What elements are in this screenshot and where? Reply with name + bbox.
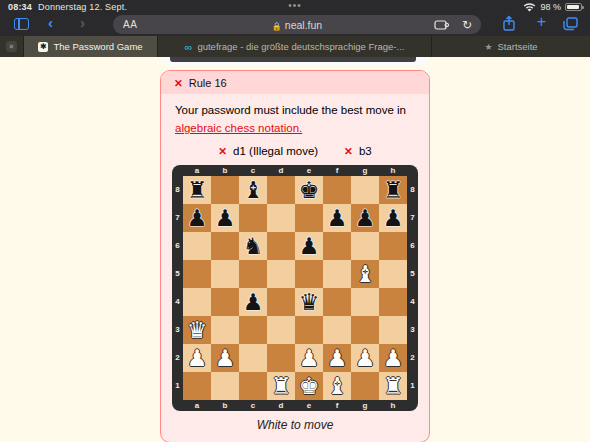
coord-label: b	[211, 400, 239, 411]
square-d3[interactable]	[267, 316, 295, 344]
piece-white-pawn: ♟	[215, 344, 236, 372]
piece-white-pawn: ♟	[355, 344, 376, 372]
piece-white-bishop: ♝	[355, 260, 376, 288]
coord-label: e	[295, 400, 323, 411]
square-b2[interactable]: ♟	[211, 344, 239, 372]
piece-white-queen: ♛	[187, 316, 208, 344]
square-c1[interactable]	[239, 372, 267, 400]
square-g3[interactable]	[351, 316, 379, 344]
square-c3[interactable]	[239, 316, 267, 344]
square-g1[interactable]	[351, 372, 379, 400]
square-h6[interactable]	[379, 232, 407, 260]
piece-black-pawn: ♟	[187, 204, 208, 232]
square-c8[interactable]: ♝	[239, 176, 267, 204]
coord-label: f	[323, 400, 351, 411]
piece-black-knight: ♞	[243, 232, 264, 260]
square-g8[interactable]	[351, 176, 379, 204]
square-g7[interactable]: ♟	[351, 204, 379, 232]
square-h8[interactable]: ♜	[379, 176, 407, 204]
coord-label: 7	[172, 204, 183, 232]
square-c4[interactable]: ♟	[239, 288, 267, 316]
rule-header: ✕Rule 16	[161, 71, 429, 94]
coord-label: a	[183, 400, 211, 411]
square-c7[interactable]	[239, 204, 267, 232]
square-a8[interactable]: ♜	[183, 176, 211, 204]
rule-description: Your password must include the best move…	[175, 102, 415, 138]
turn-indicator: White to move	[171, 418, 419, 432]
coord-label: 2	[172, 344, 183, 372]
square-b1[interactable]	[211, 372, 239, 400]
piece-white-pawn: ♟	[383, 344, 404, 372]
browser-chrome: 08:34Donnerstag 12. Sept. ••• 98 % ‹ › A…	[0, 0, 590, 36]
square-h2[interactable]: ♟	[379, 344, 407, 372]
square-h3[interactable]	[379, 316, 407, 344]
piece-white-rook: ♜	[383, 372, 404, 400]
square-h7[interactable]: ♟	[379, 204, 407, 232]
failed-move-1: ✕d1 (Illegal move)	[218, 145, 318, 157]
square-b7[interactable]: ♟	[211, 204, 239, 232]
tab-gutefrage[interactable]: ∞ gutefrage - die größte deutschsprachig…	[158, 36, 432, 57]
gutefrage-favicon: ∞	[185, 42, 193, 52]
x-icon: ✕	[344, 145, 353, 157]
coord-label: f	[323, 165, 351, 176]
tab-bar-close-button[interactable]: ✕	[0, 36, 24, 57]
square-f1[interactable]: ♝	[323, 372, 351, 400]
piece-black-pawn: ♟	[299, 232, 320, 260]
status-ellipsis: •••	[288, 0, 302, 11]
square-f5[interactable]	[323, 260, 351, 288]
square-a3[interactable]: ♛	[183, 316, 211, 344]
rule-title: Rule 16	[189, 77, 227, 89]
reload-icon[interactable]: ↻	[462, 18, 472, 32]
coord-label: 6	[172, 232, 183, 260]
square-e6[interactable]: ♟	[295, 232, 323, 260]
rule-fail-x-icon: ✕	[174, 77, 183, 89]
square-d5[interactable]	[267, 260, 295, 288]
coord-label: 4	[172, 288, 183, 316]
password-game-favicon: ✱	[38, 42, 48, 52]
square-f2[interactable]: ♟	[323, 344, 351, 372]
square-b6[interactable]	[211, 232, 239, 260]
rank-labels-left: 87654321	[172, 176, 183, 400]
coord-label: 3	[172, 316, 183, 344]
coord-label: d	[267, 165, 295, 176]
tab-label: The Password Game	[53, 41, 142, 52]
square-e8[interactable]: ♚	[295, 176, 323, 204]
coord-label: a	[183, 165, 211, 176]
file-labels-top: abcdefgh	[172, 165, 418, 176]
chess-board: abcdefgh 87654321 ♜♝♚♜♟♟♟♟♟♞♟♝♟♛♛♟♟♟♟♟♟♜…	[172, 165, 418, 411]
status-time: 08:34	[8, 2, 32, 12]
square-a4[interactable]	[183, 288, 211, 316]
lock-icon: 🔒	[272, 22, 282, 31]
square-d7[interactable]	[267, 204, 295, 232]
wifi-icon	[523, 2, 536, 12]
square-d2[interactable]	[267, 344, 295, 372]
piece-white-pawn: ♟	[299, 344, 320, 372]
piece-white-king: ♚	[299, 372, 320, 400]
coord-label: 1	[172, 372, 183, 400]
battery-icon	[565, 3, 582, 11]
square-d8[interactable]	[267, 176, 295, 204]
tab-label: gutefrage - die größte deutschsprachige …	[197, 41, 404, 52]
square-b3[interactable]	[211, 316, 239, 344]
square-a2[interactable]: ♟	[183, 344, 211, 372]
square-e4[interactable]: ♛	[295, 288, 323, 316]
address-bar[interactable]: AA 🔒neal.fun ↻	[113, 15, 481, 34]
battery-percent: 98 %	[540, 2, 561, 12]
piece-black-pawn: ♟	[383, 204, 404, 232]
square-a1[interactable]	[183, 372, 211, 400]
square-f7[interactable]: ♟	[323, 204, 351, 232]
url-text: neal.fun	[285, 19, 322, 31]
tab-password-game[interactable]: ✱ The Password Game	[24, 36, 158, 57]
tab-bar: ✕ ✱ The Password Game ∞ gutefrage - die …	[0, 36, 590, 57]
square-a5[interactable]	[183, 260, 211, 288]
square-e2[interactable]: ♟	[295, 344, 323, 372]
coord-label: 5	[407, 260, 418, 288]
coord-label: 3	[407, 316, 418, 344]
piece-black-bishop: ♝	[243, 176, 264, 204]
piece-white-bishop: ♝	[327, 372, 348, 400]
sidebar-icon[interactable]	[14, 18, 29, 30]
page-content: ✕Rule 16 Your password must include the …	[0, 57, 590, 442]
square-f3[interactable]	[323, 316, 351, 344]
coord-label: 8	[172, 176, 183, 204]
board-grid: ♜♝♚♜♟♟♟♟♟♞♟♝♟♛♛♟♟♟♟♟♟♜♚♝♜	[183, 176, 407, 400]
coord-label: 7	[407, 204, 418, 232]
coord-label: g	[351, 165, 379, 176]
coord-label: h	[379, 165, 407, 176]
piece-black-king: ♚	[299, 176, 320, 204]
rule-body: Your password must include the best move…	[161, 94, 429, 442]
piece-black-pawn: ♟	[215, 204, 236, 232]
square-e3[interactable]	[295, 316, 323, 344]
square-g2[interactable]: ♟	[351, 344, 379, 372]
coord-label: 2	[407, 344, 418, 372]
extensions-icon[interactable]	[434, 19, 449, 30]
square-f8[interactable]	[323, 176, 351, 204]
square-e7[interactable]	[295, 204, 323, 232]
status-date: Donnerstag 12. Sept.	[38, 2, 127, 12]
piece-black-rook: ♜	[187, 176, 208, 204]
coord-label: h	[379, 400, 407, 411]
coord-label: c	[239, 165, 267, 176]
coord-label: e	[295, 165, 323, 176]
square-b5[interactable]	[211, 260, 239, 288]
file-labels-bottom: abcdefgh	[172, 400, 418, 411]
piece-white-pawn: ♟	[327, 344, 348, 372]
forward-icon[interactable]: ›	[80, 14, 85, 31]
square-c5[interactable]	[239, 260, 267, 288]
failed-moves-row: ✕d1 (Illegal move) ✕b3	[171, 145, 419, 157]
piece-black-pawn: ♟	[355, 204, 376, 232]
square-h5[interactable]	[379, 260, 407, 288]
coord-label: 8	[407, 176, 418, 204]
square-a6[interactable]	[183, 232, 211, 260]
algebraic-notation-link[interactable]: algebraic chess notation.	[175, 122, 302, 134]
coord-label: 5	[172, 260, 183, 288]
tab-label: Startseite	[497, 41, 537, 52]
x-icon: ✕	[218, 145, 227, 157]
square-d4[interactable]	[267, 288, 295, 316]
square-g6[interactable]	[351, 232, 379, 260]
square-g4[interactable]	[351, 288, 379, 316]
new-tab-icon[interactable]: +	[537, 13, 546, 31]
star-icon: ★	[484, 42, 492, 52]
failed-move-2: ✕b3	[344, 145, 372, 157]
piece-black-queen: ♛	[299, 288, 320, 316]
status-bar: 08:34Donnerstag 12. Sept. ••• 98 %	[0, 0, 590, 13]
coord-label: 1	[407, 372, 418, 400]
piece-white-pawn: ♟	[187, 344, 208, 372]
piece-black-rook: ♜	[383, 176, 404, 204]
back-icon[interactable]: ‹	[48, 14, 53, 31]
coord-label: 4	[407, 288, 418, 316]
piece-white-rook: ♜	[271, 372, 292, 400]
square-e5[interactable]	[295, 260, 323, 288]
square-b8[interactable]	[211, 176, 239, 204]
tabs-overview-icon[interactable]	[563, 17, 578, 31]
square-b4[interactable]	[211, 288, 239, 316]
square-f4[interactable]	[323, 288, 351, 316]
coord-label: c	[239, 400, 267, 411]
square-d1[interactable]: ♜	[267, 372, 295, 400]
safari-toolbar: ‹ › AA 🔒neal.fun ↻ +	[0, 13, 590, 36]
square-f6[interactable]	[323, 232, 351, 260]
square-h1[interactable]: ♜	[379, 372, 407, 400]
coord-label: d	[267, 400, 295, 411]
rank-labels-right: 87654321	[407, 176, 418, 400]
piece-black-pawn: ♟	[327, 204, 348, 232]
scrolled-card-remnant	[161, 57, 429, 65]
coord-label: 6	[407, 232, 418, 260]
status-time-date: 08:34Donnerstag 12. Sept.	[8, 2, 127, 12]
coord-label: b	[211, 165, 239, 176]
square-e1[interactable]: ♚	[295, 372, 323, 400]
square-h4[interactable]	[379, 288, 407, 316]
coord-label: g	[351, 400, 379, 411]
tab-startseite[interactable]: ★ Startseite	[432, 36, 590, 57]
square-a7[interactable]: ♟	[183, 204, 211, 232]
square-d6[interactable]	[267, 232, 295, 260]
square-c2[interactable]	[239, 344, 267, 372]
square-c6[interactable]: ♞	[239, 232, 267, 260]
piece-black-pawn: ♟	[243, 288, 264, 316]
rule-16-card: ✕Rule 16 Your password must include the …	[160, 70, 430, 442]
share-icon[interactable]	[502, 15, 516, 32]
square-g5[interactable]: ♝	[351, 260, 379, 288]
